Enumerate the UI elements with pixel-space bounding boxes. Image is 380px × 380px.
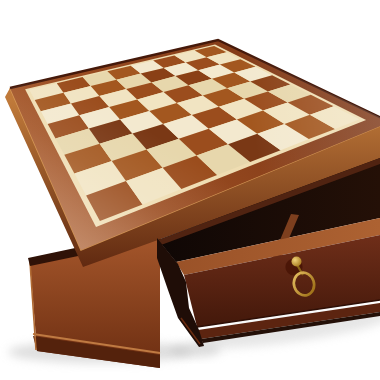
drawer-corner-shadow bbox=[169, 343, 221, 357]
chess-board-box-scene bbox=[0, 0, 380, 380]
chess-board-box-photo bbox=[0, 0, 380, 380]
handle-knob bbox=[292, 257, 302, 267]
